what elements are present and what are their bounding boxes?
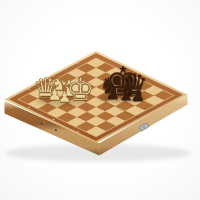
- chess-board[interactable]: [4, 51, 187, 143]
- board-shadow: [6, 144, 190, 162]
- chess-set-photo[interactable]: ♛♞♟♝♟♚♞♟♚♝♛♟: [0, 0, 200, 200]
- clasp-icon: [139, 123, 149, 131]
